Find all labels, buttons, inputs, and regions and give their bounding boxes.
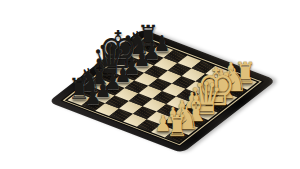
piece-white-rook-a1[interactable]: ♜ <box>166 112 188 141</box>
piece-black-pawn-a7[interactable]: ♟ <box>85 87 102 109</box>
chess-set-photo: ♜♞♝♛♚♝♞♜♟♟♟♟♟♟♟♟♟♟♟♟♟♟♟♟♜♞♝♛♚♝♞♜ <box>0 0 300 169</box>
